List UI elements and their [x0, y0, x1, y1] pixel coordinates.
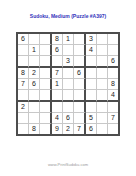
cell-r1c9: [108, 34, 118, 45]
cell-r5c3: [40, 79, 52, 90]
cell-r5c9: 8: [108, 79, 118, 90]
cell-r2c9: [108, 45, 118, 56]
cell-r5c7: [86, 79, 97, 90]
cell-r3c9: 6: [108, 56, 118, 68]
cell-r1c6: [74, 34, 86, 45]
cell-r2c8: [97, 45, 108, 56]
cell-r1c1: 6: [18, 34, 29, 45]
cell-r3c2: [29, 56, 40, 68]
cell-r7c3: [40, 102, 52, 113]
cell-r1c7: 3: [86, 34, 97, 45]
cell-r3c4: [52, 56, 63, 68]
cell-r6c6: [74, 90, 86, 102]
page-title: Sudoku, Medium (Puzzle #A397): [0, 13, 136, 19]
cell-r7c5: [63, 102, 74, 113]
cell-r9c4: 9: [52, 124, 63, 134]
cell-r3c5: 3: [63, 56, 74, 68]
cell-r1c5: 1: [63, 34, 74, 45]
cell-r7c6: [74, 102, 86, 113]
cell-r6c1: [18, 90, 29, 102]
cell-r8c5: 6: [63, 113, 74, 124]
cell-r2c6: [74, 45, 86, 56]
cell-r5c6: [74, 79, 86, 90]
cell-r9c6: 7: [74, 124, 86, 134]
cell-r7c1: 2: [18, 102, 29, 113]
cell-r9c5: 2: [63, 124, 74, 134]
cell-r6c5: [63, 90, 74, 102]
cell-r2c4: 6: [52, 45, 63, 56]
cell-r5c1: 7: [18, 79, 29, 90]
cell-r7c7: [86, 102, 97, 113]
cell-r2c1: [18, 45, 29, 56]
cell-r9c7: 6: [86, 124, 97, 134]
cell-r8c8: [97, 113, 108, 124]
cell-r9c3: [40, 124, 52, 134]
cell-r7c9: [108, 102, 118, 113]
cell-r9c1: [18, 124, 29, 134]
cell-r4c7: [86, 68, 97, 79]
cell-r6c2: [29, 90, 40, 102]
cell-r4c6: 6: [74, 68, 86, 79]
cell-r1c8: [97, 34, 108, 45]
cell-r5c8: [97, 79, 108, 90]
cell-r8c6: [74, 113, 86, 124]
cell-r9c9: [108, 124, 118, 134]
cell-r3c3: [40, 56, 52, 68]
cell-r5c4: 1: [52, 79, 63, 90]
cell-r7c8: [97, 102, 108, 113]
cell-r6c4: [52, 90, 63, 102]
cell-r2c2: 1: [29, 45, 40, 56]
cell-r2c7: 4: [86, 45, 97, 56]
cell-r6c8: [97, 90, 108, 102]
cell-r4c5: [63, 68, 74, 79]
cell-r2c5: [63, 45, 74, 56]
cell-r3c8: [97, 56, 108, 68]
cell-r4c4: 7: [52, 68, 63, 79]
cell-r3c1: [18, 56, 29, 68]
cell-r3c6: [74, 56, 86, 68]
cell-r5c2: 6: [29, 79, 40, 90]
board: 6813164368276761842465789276: [16, 32, 120, 136]
cell-r8c3: [40, 113, 52, 124]
cell-r3c7: [86, 56, 97, 68]
cell-r4c1: 8: [18, 68, 29, 79]
cell-r8c1: [18, 113, 29, 124]
cell-r8c2: [29, 113, 40, 124]
cell-r6c3: [40, 90, 52, 102]
cell-r6c7: [86, 90, 97, 102]
cell-r2c3: [40, 45, 52, 56]
cell-r9c8: [97, 124, 108, 134]
cell-r4c2: 2: [29, 68, 40, 79]
cell-r8c9: 7: [108, 113, 118, 124]
cell-r8c7: 5: [86, 113, 97, 124]
cell-r4c9: [108, 68, 118, 79]
cell-r5c5: [63, 79, 74, 90]
cell-r8c4: 4: [52, 113, 63, 124]
cell-r4c8: [97, 68, 108, 79]
cell-r1c2: [29, 34, 40, 45]
cell-r7c4: [52, 102, 63, 113]
cell-r4c3: [40, 68, 52, 79]
cell-r6c9: 4: [108, 90, 118, 102]
cell-r7c2: [29, 102, 40, 113]
cell-r1c3: [40, 34, 52, 45]
cell-r1c4: 8: [52, 34, 63, 45]
cell-r9c2: 8: [29, 124, 40, 134]
footer-url: www.PrintSudoku.com: [0, 162, 136, 167]
